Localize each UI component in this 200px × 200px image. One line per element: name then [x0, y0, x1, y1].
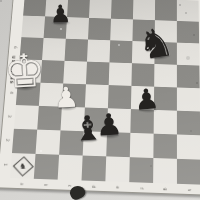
square-g3 — [154, 110, 177, 135]
square-c3 — [60, 107, 84, 132]
square-e6 — [109, 40, 132, 63]
square-h3 — [177, 111, 200, 136]
rank-label-6: 6 — [12, 43, 17, 52]
file-label-f: f — [137, 183, 145, 193]
square-a7 — [21, 16, 45, 38]
square-f6 — [132, 41, 155, 64]
rank-label-1: 1 — [2, 160, 8, 170]
square-d4 — [85, 84, 109, 108]
square-d8 — [89, 0, 112, 19]
square-c6 — [65, 39, 88, 62]
square-c4 — [62, 83, 86, 107]
square-h6 — [177, 43, 199, 66]
file-label-g: g — [161, 184, 169, 194]
square-b6 — [42, 38, 66, 61]
chess-board: ♞ US CHESS 123456abcdefgh — [0, 0, 200, 196]
file-label-h: h — [185, 185, 193, 195]
square-h8 — [177, 0, 199, 22]
square-f3 — [130, 109, 154, 134]
square-e1 — [105, 156, 129, 182]
square-e2 — [106, 132, 130, 157]
square-b4 — [39, 83, 63, 107]
square-g7 — [155, 20, 177, 42]
square-h1 — [177, 159, 200, 185]
file-label-b: b — [41, 180, 50, 190]
square-b8 — [45, 0, 68, 17]
square-c1 — [58, 155, 83, 181]
chessboard-photo: ♞ US CHESS 123456abcdefgh ♚♟♟♞♟♝♟ — [0, 0, 200, 200]
file-label-e: e — [113, 183, 121, 193]
square-c8 — [67, 0, 90, 18]
square-a8 — [23, 0, 46, 16]
square-b7 — [44, 16, 67, 38]
square-g8 — [155, 0, 177, 21]
square-f7 — [132, 19, 154, 41]
rank-label-3: 3 — [6, 112, 12, 121]
rank-label-5: 5 — [10, 65, 15, 74]
square-c5 — [63, 61, 87, 84]
square-g4 — [154, 87, 177, 111]
square-d5 — [86, 62, 110, 85]
square-d7 — [88, 18, 111, 40]
square-f5 — [131, 63, 154, 86]
square-a6 — [20, 37, 44, 60]
file-label-a: a — [17, 179, 26, 189]
square-a2 — [12, 129, 37, 154]
square-b5 — [40, 60, 64, 83]
square-g2 — [153, 134, 177, 159]
square-g1 — [153, 158, 177, 184]
square-a3 — [14, 105, 39, 130]
square-e7 — [110, 19, 133, 41]
square-h2 — [177, 134, 200, 159]
square-b2 — [36, 130, 61, 155]
file-label-d: d — [89, 182, 97, 192]
square-e8 — [111, 0, 133, 19]
rank-label-4: 4 — [8, 88, 14, 97]
square-c7 — [66, 17, 89, 39]
square-b3 — [37, 106, 62, 131]
square-d2 — [83, 131, 107, 156]
square-e4 — [108, 85, 132, 109]
rank-label-2: 2 — [4, 135, 10, 145]
square-e3 — [107, 108, 131, 133]
square-h7 — [177, 21, 199, 43]
square-a4 — [16, 82, 41, 106]
square-a5 — [18, 59, 42, 82]
square-d3 — [84, 107, 108, 132]
square-f1 — [129, 157, 153, 183]
square-e5 — [109, 62, 132, 85]
square-g5 — [154, 64, 177, 87]
square-h5 — [177, 65, 200, 88]
photo-grain-speckles — [0, 0, 2, 2]
square-f4 — [131, 86, 154, 110]
square-d6 — [87, 40, 110, 63]
square-c2 — [59, 130, 84, 155]
board-grid: ♞ — [10, 0, 200, 185]
knight-emblem-icon: ♞ — [19, 162, 27, 170]
square-d1 — [82, 156, 107, 182]
square-f8 — [133, 0, 155, 20]
square-f2 — [130, 133, 154, 158]
square-b1 — [34, 154, 59, 180]
square-g6 — [154, 42, 176, 65]
square-h4 — [177, 87, 200, 111]
